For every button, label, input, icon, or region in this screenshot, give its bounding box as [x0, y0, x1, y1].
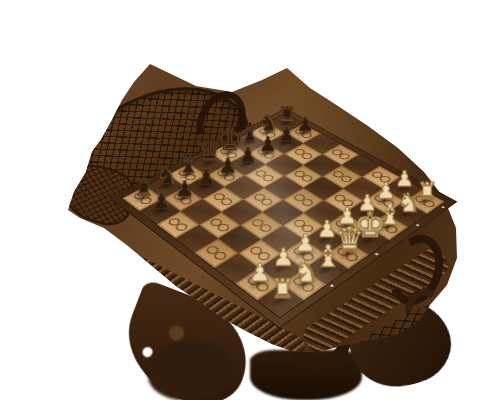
frame-pin [415, 224, 419, 227]
frame-pin [441, 206, 445, 209]
board-3d-scene: ♜♞♝♛♚♝♞♜♟♟♟♟♟♟♟♟♟♟♟♟♟♟♟♟♜♞♝♛♚♝♞♜ [0, 0, 500, 400]
chess-board: ♜♞♝♛♚♝♞♜♟♟♟♟♟♟♟♟♟♟♟♟♟♟♟♟♜♞♝♛♚♝♞♜ [111, 109, 456, 327]
product-photo-chess-table: ♜♞♝♛♚♝♞♜♟♟♟♟♟♟♟♟♟♟♟♟♟♟♟♟♜♞♝♛♚♝♞♜ [0, 0, 500, 400]
black-pawn-glyph: ♟ [143, 190, 180, 212]
frame-pin [330, 284, 335, 287]
frame-pin [374, 253, 379, 256]
white-rook-glyph: ♜ [262, 276, 304, 303]
